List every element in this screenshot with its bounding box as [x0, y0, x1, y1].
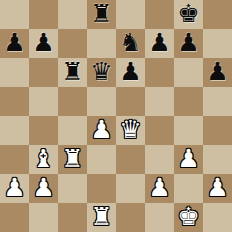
square-a5[interactable] — [0, 87, 29, 116]
piece-black-king: ♚ — [177, 0, 199, 28]
square-c8[interactable] — [58, 0, 87, 29]
square-b3[interactable]: ♝ — [29, 145, 58, 174]
square-g6[interactable] — [174, 58, 203, 87]
piece-white-bishop: ♝ — [32, 144, 54, 173]
square-f4[interactable] — [145, 116, 174, 145]
square-b5[interactable] — [29, 87, 58, 116]
square-e8[interactable] — [116, 0, 145, 29]
square-h2[interactable]: ♟ — [203, 174, 232, 203]
square-g3[interactable]: ♟ — [174, 145, 203, 174]
piece-black-pawn: ♟ — [119, 57, 141, 86]
piece-white-pawn: ♟ — [3, 173, 25, 202]
square-e7[interactable]: ♞ — [116, 29, 145, 58]
square-e3[interactable] — [116, 145, 145, 174]
piece-white-rook: ♜ — [90, 202, 112, 231]
square-h7[interactable] — [203, 29, 232, 58]
square-d8[interactable]: ♜ — [87, 0, 116, 29]
square-g8[interactable]: ♚ — [174, 0, 203, 29]
square-h3[interactable] — [203, 145, 232, 174]
square-d3[interactable] — [87, 145, 116, 174]
square-f1[interactable] — [145, 203, 174, 232]
square-g7[interactable]: ♟ — [174, 29, 203, 58]
piece-white-queen: ♛ — [119, 115, 141, 144]
square-f8[interactable] — [145, 0, 174, 29]
piece-white-pawn: ♟ — [32, 173, 54, 202]
square-c6[interactable]: ♜ — [58, 58, 87, 87]
square-a6[interactable] — [0, 58, 29, 87]
piece-black-pawn: ♟ — [32, 28, 54, 57]
piece-black-pawn: ♟ — [148, 28, 170, 57]
square-b7[interactable]: ♟ — [29, 29, 58, 58]
square-h1[interactable] — [203, 203, 232, 232]
square-c3[interactable]: ♜ — [58, 145, 87, 174]
square-h8[interactable] — [203, 0, 232, 29]
square-g5[interactable] — [174, 87, 203, 116]
piece-black-knight: ♞ — [119, 28, 141, 57]
square-e5[interactable] — [116, 87, 145, 116]
piece-white-king: ♚ — [177, 202, 199, 231]
square-b1[interactable] — [29, 203, 58, 232]
square-f3[interactable] — [145, 145, 174, 174]
piece-black-pawn: ♟ — [177, 28, 199, 57]
square-g4[interactable] — [174, 116, 203, 145]
square-d5[interactable] — [87, 87, 116, 116]
square-c2[interactable] — [58, 174, 87, 203]
square-d1[interactable]: ♜ — [87, 203, 116, 232]
square-e6[interactable]: ♟ — [116, 58, 145, 87]
square-f5[interactable] — [145, 87, 174, 116]
square-b4[interactable] — [29, 116, 58, 145]
square-h6[interactable]: ♟ — [203, 58, 232, 87]
square-a1[interactable] — [0, 203, 29, 232]
square-c1[interactable] — [58, 203, 87, 232]
square-d2[interactable] — [87, 174, 116, 203]
square-h4[interactable] — [203, 116, 232, 145]
square-a8[interactable] — [0, 0, 29, 29]
square-d6[interactable]: ♛ — [87, 58, 116, 87]
square-c5[interactable] — [58, 87, 87, 116]
piece-white-pawn: ♟ — [90, 115, 112, 144]
piece-white-pawn: ♟ — [206, 173, 228, 202]
piece-black-pawn: ♟ — [3, 28, 25, 57]
square-c7[interactable] — [58, 29, 87, 58]
square-b8[interactable] — [29, 0, 58, 29]
square-d4[interactable]: ♟ — [87, 116, 116, 145]
square-a2[interactable]: ♟ — [0, 174, 29, 203]
piece-black-queen: ♛ — [90, 57, 112, 86]
piece-black-pawn: ♟ — [206, 57, 228, 86]
square-e1[interactable] — [116, 203, 145, 232]
square-d7[interactable] — [87, 29, 116, 58]
square-b2[interactable]: ♟ — [29, 174, 58, 203]
piece-white-pawn: ♟ — [148, 173, 170, 202]
square-c4[interactable] — [58, 116, 87, 145]
square-a7[interactable]: ♟ — [0, 29, 29, 58]
square-e2[interactable] — [116, 174, 145, 203]
square-g1[interactable]: ♚ — [174, 203, 203, 232]
square-b6[interactable] — [29, 58, 58, 87]
piece-black-rook: ♜ — [61, 57, 83, 86]
square-a3[interactable] — [0, 145, 29, 174]
square-g2[interactable] — [174, 174, 203, 203]
square-f7[interactable]: ♟ — [145, 29, 174, 58]
piece-white-rook: ♜ — [61, 144, 83, 173]
piece-white-pawn: ♟ — [177, 144, 199, 173]
square-f2[interactable]: ♟ — [145, 174, 174, 203]
square-a4[interactable] — [0, 116, 29, 145]
square-f6[interactable] — [145, 58, 174, 87]
piece-black-rook: ♜ — [90, 0, 112, 28]
chess-board: ♜♚♟♟♞♟♟♜♛♟♟♟♛♝♜♟♟♟♟♟♜♚ — [0, 0, 232, 232]
square-h5[interactable] — [203, 87, 232, 116]
square-e4[interactable]: ♛ — [116, 116, 145, 145]
